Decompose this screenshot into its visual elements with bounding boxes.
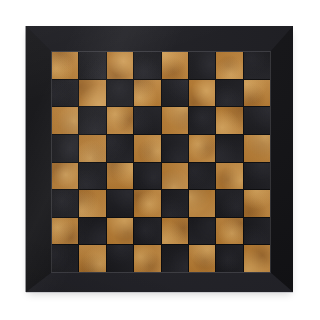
square-g7 bbox=[216, 80, 242, 107]
square-a7 bbox=[52, 80, 78, 107]
square-d5 bbox=[134, 135, 160, 162]
square-f4 bbox=[189, 163, 215, 190]
square-b3 bbox=[79, 190, 105, 217]
square-b7 bbox=[79, 80, 105, 107]
square-a2 bbox=[52, 218, 78, 245]
square-f5 bbox=[189, 135, 215, 162]
chessboard bbox=[26, 26, 293, 292]
square-c4 bbox=[107, 163, 133, 190]
square-c8 bbox=[107, 52, 133, 79]
square-e7 bbox=[162, 80, 188, 107]
square-f2 bbox=[189, 218, 215, 245]
square-d6 bbox=[134, 107, 160, 134]
square-d7 bbox=[134, 80, 160, 107]
board-photo bbox=[0, 0, 320, 320]
square-f7 bbox=[189, 80, 215, 107]
square-b2 bbox=[79, 218, 105, 245]
square-e1 bbox=[162, 245, 188, 272]
square-g1 bbox=[216, 245, 242, 272]
square-e4 bbox=[162, 163, 188, 190]
square-b4 bbox=[79, 163, 105, 190]
square-e5 bbox=[162, 135, 188, 162]
square-b8 bbox=[79, 52, 105, 79]
square-d2 bbox=[134, 218, 160, 245]
square-b5 bbox=[79, 135, 105, 162]
square-c2 bbox=[107, 218, 133, 245]
square-f6 bbox=[189, 107, 215, 134]
square-c1 bbox=[107, 245, 133, 272]
square-f3 bbox=[189, 190, 215, 217]
square-g2 bbox=[216, 218, 242, 245]
square-h6 bbox=[244, 107, 270, 134]
square-h4 bbox=[244, 163, 270, 190]
square-b1 bbox=[79, 245, 105, 272]
square-h3 bbox=[244, 190, 270, 217]
square-e2 bbox=[162, 218, 188, 245]
square-a6 bbox=[52, 107, 78, 134]
square-c6 bbox=[107, 107, 133, 134]
square-a1 bbox=[52, 245, 78, 272]
square-c5 bbox=[107, 135, 133, 162]
square-h1 bbox=[244, 245, 270, 272]
square-h7 bbox=[244, 80, 270, 107]
square-d4 bbox=[134, 163, 160, 190]
square-a3 bbox=[52, 190, 78, 217]
square-d3 bbox=[134, 190, 160, 217]
square-h5 bbox=[244, 135, 270, 162]
square-e8 bbox=[162, 52, 188, 79]
square-g6 bbox=[216, 107, 242, 134]
square-b6 bbox=[79, 107, 105, 134]
square-g5 bbox=[216, 135, 242, 162]
square-g8 bbox=[216, 52, 242, 79]
square-a4 bbox=[52, 163, 78, 190]
board-grid bbox=[52, 52, 270, 272]
square-d8 bbox=[134, 52, 160, 79]
square-g4 bbox=[216, 163, 242, 190]
square-h8 bbox=[244, 52, 270, 79]
square-e6 bbox=[162, 107, 188, 134]
square-c7 bbox=[107, 80, 133, 107]
square-c3 bbox=[107, 190, 133, 217]
square-f8 bbox=[189, 52, 215, 79]
square-a8 bbox=[52, 52, 78, 79]
square-e3 bbox=[162, 190, 188, 217]
square-a5 bbox=[52, 135, 78, 162]
square-h2 bbox=[244, 218, 270, 245]
square-g3 bbox=[216, 190, 242, 217]
square-d1 bbox=[134, 245, 160, 272]
square-f1 bbox=[189, 245, 215, 272]
